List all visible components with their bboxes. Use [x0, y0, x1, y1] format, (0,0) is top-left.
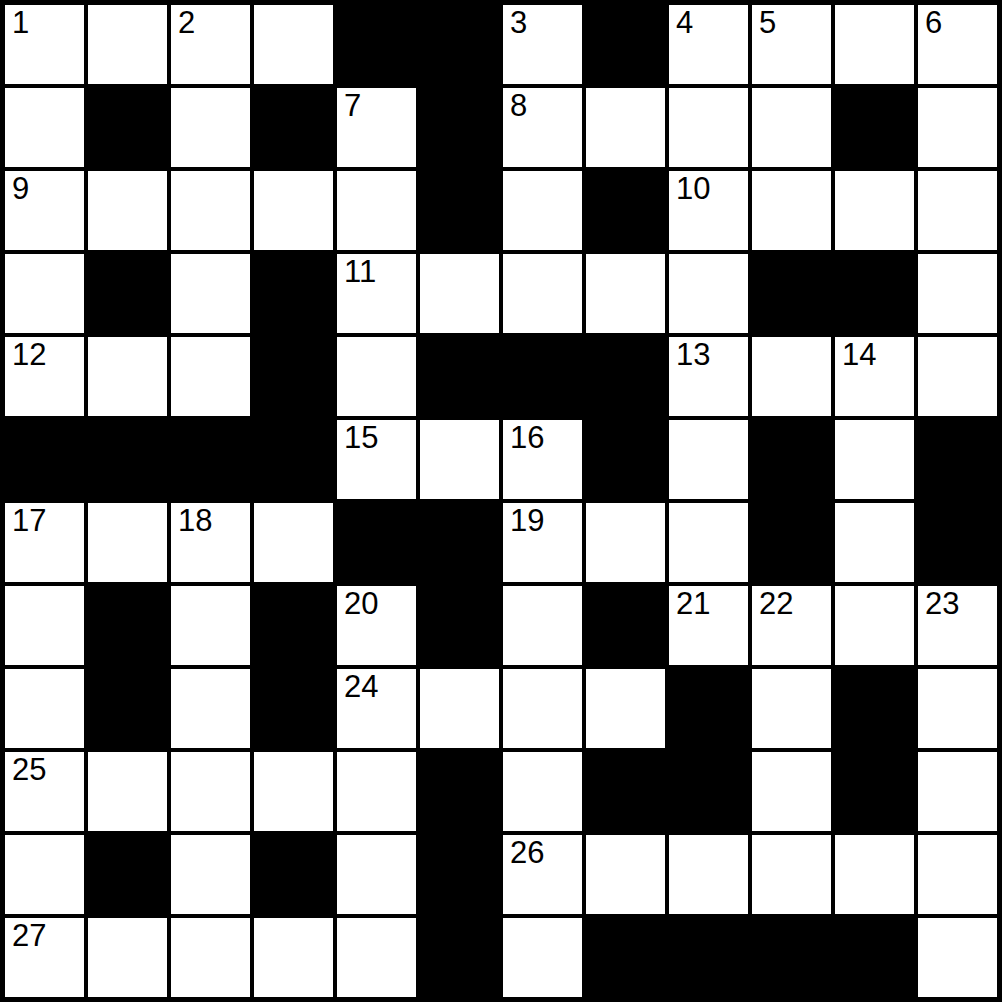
clue-number: 2: [178, 7, 195, 40]
block-cell: [835, 254, 914, 333]
open-cell[interactable]: 16: [503, 420, 582, 499]
open-cell[interactable]: 4: [669, 5, 748, 84]
open-cell[interactable]: 5: [752, 5, 831, 84]
block-cell: [88, 254, 167, 333]
clue-number: 25: [12, 754, 46, 787]
clue-number: 19: [510, 505, 544, 538]
clue-number: 11: [344, 256, 376, 289]
clue-number: 27: [12, 920, 46, 953]
open-cell[interactable]: [420, 254, 499, 333]
open-cell[interactable]: [5, 835, 84, 914]
clue-number: 7: [344, 90, 361, 123]
clue-number: 5: [759, 7, 776, 40]
open-cell[interactable]: [918, 88, 997, 167]
open-cell[interactable]: 12: [5, 337, 84, 416]
open-cell[interactable]: 10: [669, 171, 748, 250]
open-cell[interactable]: 26: [503, 835, 582, 914]
open-cell[interactable]: [835, 835, 914, 914]
block-cell: [254, 586, 333, 665]
block-cell: [586, 752, 665, 831]
open-cell[interactable]: [503, 171, 582, 250]
open-cell[interactable]: [171, 88, 250, 167]
open-cell[interactable]: 7: [337, 88, 416, 167]
block-cell: [835, 88, 914, 167]
open-cell[interactable]: [88, 918, 167, 997]
open-cell[interactable]: [586, 254, 665, 333]
clue-number: 23: [925, 588, 959, 621]
open-cell[interactable]: 18: [171, 503, 250, 582]
open-cell[interactable]: [669, 254, 748, 333]
open-cell[interactable]: [171, 254, 250, 333]
open-cell[interactable]: 13: [669, 337, 748, 416]
open-cell[interactable]: [669, 420, 748, 499]
clue-number: 1: [12, 7, 29, 40]
open-cell[interactable]: 20: [337, 586, 416, 665]
open-cell[interactable]: 3: [503, 5, 582, 84]
block-cell: [835, 752, 914, 831]
open-cell[interactable]: [503, 254, 582, 333]
block-cell: [586, 337, 665, 416]
open-cell[interactable]: [586, 835, 665, 914]
open-cell[interactable]: [669, 88, 748, 167]
block-cell: [586, 918, 665, 997]
open-cell[interactable]: 27: [5, 918, 84, 997]
open-cell[interactable]: [918, 669, 997, 748]
block-cell: [254, 420, 333, 499]
open-cell[interactable]: [171, 669, 250, 748]
block-cell: [752, 503, 831, 582]
open-cell[interactable]: [752, 171, 831, 250]
open-cell[interactable]: [337, 337, 416, 416]
block-cell: [5, 420, 84, 499]
block-cell: [420, 88, 499, 167]
clue-number: 4: [676, 7, 693, 40]
block-cell: [586, 586, 665, 665]
block-cell: [420, 503, 499, 582]
open-cell[interactable]: [171, 337, 250, 416]
open-cell[interactable]: [503, 669, 582, 748]
open-cell[interactable]: 11: [337, 254, 416, 333]
open-cell[interactable]: 6: [918, 5, 997, 84]
open-cell[interactable]: [88, 337, 167, 416]
open-cell[interactable]: 14: [835, 337, 914, 416]
open-cell[interactable]: [586, 88, 665, 167]
open-cell[interactable]: 1: [5, 5, 84, 84]
open-cell[interactable]: 15: [337, 420, 416, 499]
block-cell: [420, 752, 499, 831]
open-cell[interactable]: 21: [669, 586, 748, 665]
clue-number: 3: [510, 7, 527, 40]
block-cell: [420, 918, 499, 997]
block-cell: [254, 88, 333, 167]
block-cell: [503, 337, 582, 416]
open-cell[interactable]: [503, 918, 582, 997]
open-cell[interactable]: [171, 752, 250, 831]
open-cell[interactable]: [918, 171, 997, 250]
open-cell[interactable]: [503, 752, 582, 831]
block-cell: [88, 420, 167, 499]
open-cell[interactable]: [752, 669, 831, 748]
clue-number: 10: [676, 173, 710, 206]
open-cell[interactable]: [254, 5, 333, 84]
clue-number: 15: [344, 422, 378, 455]
open-cell[interactable]: 8: [503, 88, 582, 167]
block-cell: [835, 669, 914, 748]
open-cell[interactable]: [586, 669, 665, 748]
open-cell[interactable]: [254, 503, 333, 582]
clue-number: 12: [12, 339, 46, 372]
open-cell[interactable]: [171, 171, 250, 250]
block-cell: [88, 669, 167, 748]
open-cell[interactable]: [337, 171, 416, 250]
open-cell[interactable]: [835, 586, 914, 665]
clue-number: 18: [178, 505, 212, 538]
block-cell: [337, 503, 416, 582]
open-cell[interactable]: [254, 752, 333, 831]
open-cell[interactable]: [5, 669, 84, 748]
open-cell[interactable]: [420, 669, 499, 748]
open-cell[interactable]: [586, 503, 665, 582]
crossword-board: 1234567891011121314151617181920212223242…: [0, 0, 1002, 1002]
open-cell[interactable]: [88, 752, 167, 831]
clue-number: 8: [510, 90, 527, 123]
open-cell[interactable]: [669, 503, 748, 582]
open-cell[interactable]: [337, 918, 416, 997]
open-cell[interactable]: [752, 835, 831, 914]
open-cell[interactable]: [752, 752, 831, 831]
block-cell: [586, 420, 665, 499]
open-cell[interactable]: [835, 5, 914, 84]
open-cell[interactable]: [88, 171, 167, 250]
open-cell[interactable]: [669, 835, 748, 914]
clue-number: 21: [676, 588, 710, 621]
clue-number: 17: [12, 505, 46, 538]
block-cell: [752, 420, 831, 499]
block-cell: [254, 669, 333, 748]
open-cell[interactable]: [337, 835, 416, 914]
block-cell: [420, 337, 499, 416]
clue-number: 14: [842, 339, 876, 372]
open-cell[interactable]: [88, 503, 167, 582]
open-cell[interactable]: [752, 88, 831, 167]
block-cell: [586, 5, 665, 84]
open-cell[interactable]: 2: [171, 5, 250, 84]
open-cell[interactable]: [918, 835, 997, 914]
open-cell[interactable]: 25: [5, 752, 84, 831]
open-cell[interactable]: [5, 254, 84, 333]
clue-number: 20: [344, 588, 378, 621]
open-cell[interactable]: [918, 337, 997, 416]
open-cell[interactable]: [5, 88, 84, 167]
open-cell[interactable]: 19: [503, 503, 582, 582]
open-cell[interactable]: 22: [752, 586, 831, 665]
open-cell[interactable]: [337, 752, 416, 831]
clue-number: 24: [344, 671, 378, 704]
clue-number: 22: [759, 588, 793, 621]
block-cell: [752, 918, 831, 997]
open-cell[interactable]: 23: [918, 586, 997, 665]
block-cell: [420, 5, 499, 84]
block-cell: [835, 918, 914, 997]
open-cell[interactable]: [835, 503, 914, 582]
block-cell: [420, 586, 499, 665]
open-cell[interactable]: [5, 586, 84, 665]
clue-number: 9: [12, 173, 29, 206]
open-cell[interactable]: [171, 918, 250, 997]
block-cell: [586, 171, 665, 250]
clue-number: 6: [925, 7, 942, 40]
open-cell[interactable]: [835, 420, 914, 499]
open-cell[interactable]: [88, 5, 167, 84]
clue-number: 26: [510, 837, 544, 870]
block-cell: [669, 918, 748, 997]
open-cell[interactable]: [254, 918, 333, 997]
open-cell[interactable]: [420, 420, 499, 499]
block-cell: [88, 88, 167, 167]
open-cell[interactable]: [752, 337, 831, 416]
open-cell[interactable]: [918, 254, 997, 333]
block-cell: [918, 503, 997, 582]
block-cell: [337, 5, 416, 84]
open-cell[interactable]: [835, 171, 914, 250]
open-cell[interactable]: [503, 586, 582, 665]
block-cell: [254, 337, 333, 416]
block-cell: [669, 669, 748, 748]
block-cell: [669, 752, 748, 831]
open-cell[interactable]: 17: [5, 503, 84, 582]
block-cell: [88, 586, 167, 665]
block-cell: [254, 254, 333, 333]
open-cell[interactable]: [171, 586, 250, 665]
clue-number: 13: [676, 339, 710, 372]
open-cell[interactable]: [171, 835, 250, 914]
block-cell: [752, 254, 831, 333]
block-cell: [171, 420, 250, 499]
block-cell: [420, 171, 499, 250]
block-cell: [254, 835, 333, 914]
open-cell[interactable]: [918, 752, 997, 831]
open-cell[interactable]: [254, 171, 333, 250]
open-cell[interactable]: 9: [5, 171, 84, 250]
clue-number: 16: [510, 422, 544, 455]
block-cell: [88, 835, 167, 914]
open-cell[interactable]: [918, 918, 997, 997]
open-cell[interactable]: 24: [337, 669, 416, 748]
block-cell: [918, 420, 997, 499]
block-cell: [420, 835, 499, 914]
